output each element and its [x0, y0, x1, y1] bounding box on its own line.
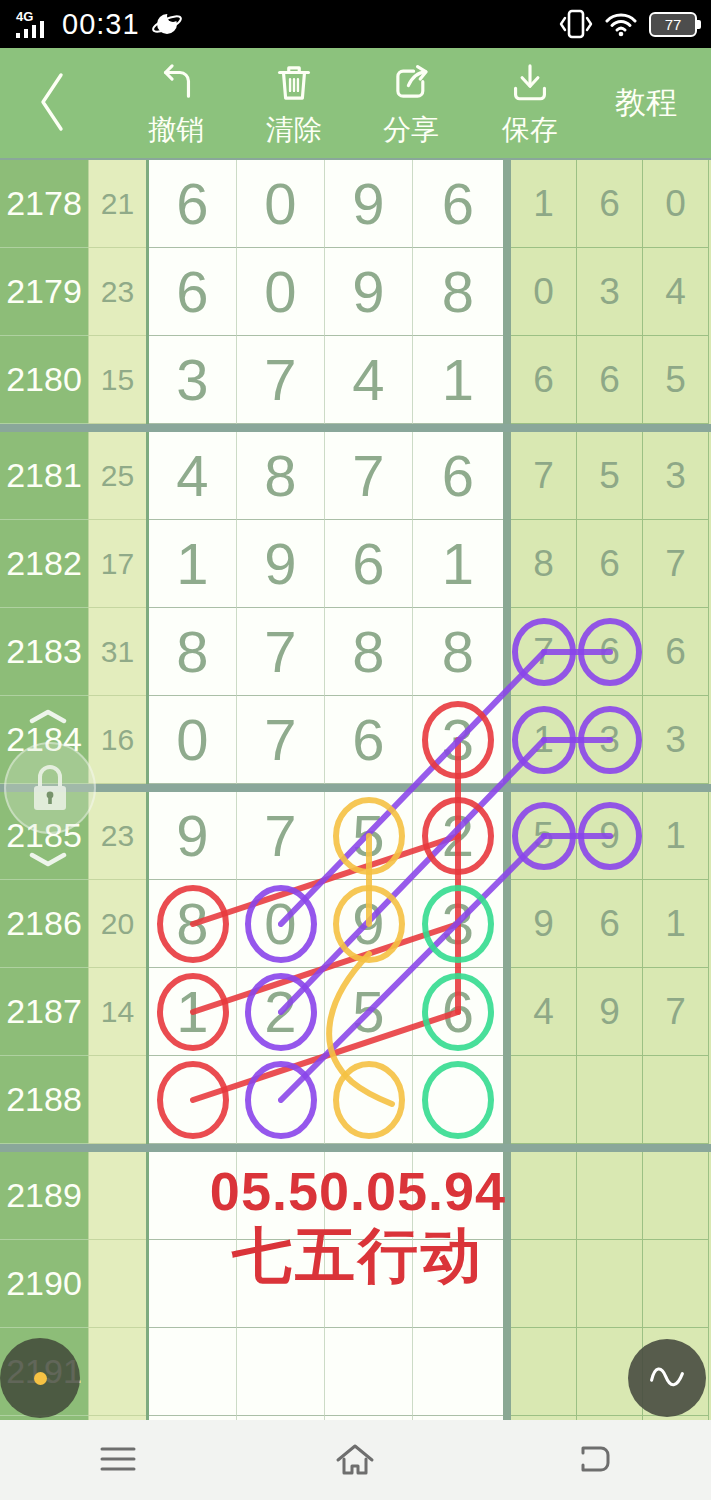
extra-digit-cell: 6 [577, 336, 643, 424]
sum-cell: 14 [88, 968, 146, 1056]
extra-digit-cell [511, 1328, 577, 1416]
section-border [503, 160, 511, 248]
extra-digit-cell: 9 [511, 880, 577, 968]
extra-digit-cell: 0 [511, 248, 577, 336]
section-border [503, 336, 511, 424]
digit-cell [413, 1152, 503, 1240]
home-icon [333, 1441, 377, 1477]
digit-cell: 3 [149, 336, 237, 424]
clock: 00:31 [62, 8, 140, 41]
digit-cell: 3 [413, 696, 503, 784]
section-border [503, 968, 511, 1056]
extra-digit-cell: 7 [511, 432, 577, 520]
period-label: 2189 [0, 1152, 88, 1240]
save-button[interactable]: 保存 [484, 62, 576, 149]
sum-cell [88, 1152, 146, 1240]
digit-cell: 0 [149, 696, 237, 784]
extra-digit-cell [643, 1056, 709, 1144]
extra-digit-cell [643, 1152, 709, 1240]
digit-cell: 9 [149, 792, 237, 880]
extra-digit-cell [577, 1056, 643, 1144]
home-button[interactable] [327, 1435, 383, 1486]
digit-cell: 6 [149, 248, 237, 336]
trend-chart: 2178216096160217923609803421801537416652… [0, 158, 711, 1420]
section-border [503, 792, 511, 880]
digit-cell: 8 [413, 608, 503, 696]
battery-percent: 77 [665, 16, 682, 33]
digit-cell: 0 [237, 248, 325, 336]
chevron-left-icon [37, 71, 67, 133]
digit-cell: 2 [237, 968, 325, 1056]
undo-label: 撤销 [148, 111, 204, 149]
period-label: 2181 [0, 432, 88, 520]
table-row: 2183318788766 [0, 608, 711, 696]
digit-cell: 6 [413, 968, 503, 1056]
tutorial-button[interactable]: 教程 [609, 48, 683, 158]
table-row: 2187141256497 [0, 968, 711, 1056]
share-button[interactable]: 分享 [365, 62, 457, 149]
table-row: 2184160763133 [0, 696, 711, 784]
digit-cell [149, 1152, 237, 1240]
phone-screen: 4G 00:31 [0, 0, 711, 1500]
extra-digit-cell [577, 1240, 643, 1328]
cell-signal-icon: 4G [14, 8, 52, 40]
digit-cell: 7 [237, 696, 325, 784]
digit-cell [237, 1240, 325, 1328]
table-row: 2181254876753 [0, 432, 711, 520]
period-label: 2180 [0, 336, 88, 424]
curve-tool-button[interactable] [628, 1339, 706, 1417]
digit-cell [237, 1328, 325, 1416]
trash-icon [273, 62, 315, 104]
extra-digit-cell: 0 [643, 160, 709, 248]
back-nav-button[interactable] [567, 1436, 619, 1485]
digit-cell: 0 [237, 880, 325, 968]
digit-cell: 8 [325, 608, 413, 696]
sum-cell: 16 [88, 696, 146, 784]
table-row: 2179236098034 [0, 248, 711, 336]
extra-digit-cell [511, 1240, 577, 1328]
lock-icon [27, 762, 73, 814]
extra-digit-cell: 4 [511, 968, 577, 1056]
section-border [503, 248, 511, 336]
extra-digit-cell: 3 [643, 432, 709, 520]
group-divider [0, 784, 711, 792]
digit-cell: 4 [149, 432, 237, 520]
clear-button[interactable]: 清除 [248, 62, 340, 149]
period-label: 2183 [0, 608, 88, 696]
period-label: 2190 [0, 1240, 88, 1328]
digit-cell: 9 [325, 160, 413, 248]
extra-digit-cell: 7 [643, 968, 709, 1056]
extra-digit-cell: 6 [577, 160, 643, 248]
section-border [503, 696, 511, 784]
sum-cell: 31 [88, 608, 146, 696]
digit-cell [325, 1240, 413, 1328]
digit-cell: 4 [325, 336, 413, 424]
table-row: 2186208093961 [0, 880, 711, 968]
extra-digit-cell: 1 [511, 696, 577, 784]
digit-cell: 1 [149, 968, 237, 1056]
extra-digit-cell: 9 [577, 968, 643, 1056]
extra-digit-cell [511, 1056, 577, 1144]
section-border [503, 520, 511, 608]
back-nav-icon [573, 1442, 613, 1476]
extra-digit-cell: 7 [511, 608, 577, 696]
table-row: 2185239752591 [0, 792, 711, 880]
digit-cell: 8 [413, 248, 503, 336]
section-border [503, 432, 511, 520]
pen-color-dot [34, 1372, 47, 1385]
table-row: 2180153741665 [0, 336, 711, 424]
table-row: 2178216096160 [0, 160, 711, 248]
extra-digit-cell: 6 [577, 880, 643, 968]
menu-icon [98, 1444, 138, 1474]
extra-digit-cell: 5 [643, 336, 709, 424]
table-row: 2190 [0, 1240, 711, 1328]
period-label: 2188 [0, 1056, 88, 1144]
table-row: 2191 [0, 1328, 711, 1416]
section-border [503, 1328, 511, 1416]
digit-cell [149, 1240, 237, 1328]
sum-cell: 15 [88, 336, 146, 424]
digit-cell [325, 1152, 413, 1240]
digit-cell [413, 1328, 503, 1416]
sum-cell: 23 [88, 248, 146, 336]
sum-cell: 25 [88, 432, 146, 520]
digit-cell: 5 [325, 968, 413, 1056]
sum-cell: 20 [88, 880, 146, 968]
digit-cell [413, 1056, 503, 1144]
digit-cell: 5 [325, 792, 413, 880]
download-icon [509, 62, 551, 104]
extra-digit-cell: 6 [577, 608, 643, 696]
digit-cell: 9 [237, 520, 325, 608]
extra-digit-cell: 3 [577, 696, 643, 784]
extra-digit-cell: 6 [577, 520, 643, 608]
extra-digit-cell: 6 [511, 336, 577, 424]
section-border [503, 608, 511, 696]
sum-cell: 21 [88, 160, 146, 248]
digit-cell [413, 1240, 503, 1328]
sum-cell: 23 [88, 792, 146, 880]
scroll-down-chevron[interactable] [28, 852, 68, 871]
extra-digit-cell: 9 [577, 792, 643, 880]
digit-cell: 1 [413, 520, 503, 608]
extra-digit-cell: 7 [643, 520, 709, 608]
digit-cell: 7 [325, 432, 413, 520]
toolbar: 撤销 清除 分享 保存 [0, 48, 711, 158]
digit-cell [325, 1056, 413, 1144]
undo-icon [155, 62, 197, 104]
sum-cell: 17 [88, 520, 146, 608]
extra-digit-cell: 6 [643, 608, 709, 696]
save-label: 保存 [502, 111, 558, 149]
extra-digit-cell [577, 1152, 643, 1240]
digit-cell [237, 1056, 325, 1144]
digit-cell: 7 [237, 792, 325, 880]
digit-cell [149, 1056, 237, 1144]
sine-wave-icon [645, 1356, 689, 1400]
extra-digit-cell: 3 [643, 696, 709, 784]
share-icon [390, 62, 432, 104]
digit-cell: 8 [237, 432, 325, 520]
status-bar: 4G 00:31 [0, 0, 711, 48]
pen-tool-button[interactable] [0, 1338, 80, 1418]
digit-cell: 1 [149, 520, 237, 608]
digit-cell: 3 [413, 880, 503, 968]
table-row: 2188 [0, 1056, 711, 1144]
digit-cell: 2 [413, 792, 503, 880]
digit-cell: 7 [237, 336, 325, 424]
extra-digit-cell: 3 [577, 248, 643, 336]
extra-digit-cell: 5 [511, 792, 577, 880]
sum-cell [88, 1328, 146, 1416]
digit-cell: 6 [325, 696, 413, 784]
battery-icon: 77 [649, 12, 697, 37]
extra-digit-cell: 1 [643, 880, 709, 968]
recent-apps-button[interactable] [92, 1438, 144, 1483]
section-border [503, 1152, 511, 1240]
extra-digit-cell [643, 1240, 709, 1328]
extra-digit-cell: 4 [643, 248, 709, 336]
period-label: 2182 [0, 520, 88, 608]
digit-cell: 9 [325, 880, 413, 968]
extra-digit-cell: 1 [511, 160, 577, 248]
digit-cell: 9 [325, 248, 413, 336]
extra-digit-cell: 5 [577, 432, 643, 520]
period-label: 2187 [0, 968, 88, 1056]
wifi-icon [605, 11, 637, 37]
undo-button[interactable]: 撤销 [130, 62, 222, 149]
section-border [503, 880, 511, 968]
digit-cell [237, 1152, 325, 1240]
lock-button[interactable] [4, 742, 96, 834]
android-nav-bar [0, 1420, 711, 1500]
digit-cell: 7 [237, 608, 325, 696]
scroll-up-chevron[interactable] [28, 708, 68, 727]
digit-cell: 6 [413, 160, 503, 248]
sum-cell [88, 1240, 146, 1328]
share-label: 分享 [383, 111, 439, 149]
section-border [503, 1240, 511, 1328]
digit-cell: 1 [413, 336, 503, 424]
period-label: 2186 [0, 880, 88, 968]
digit-cell: 6 [325, 520, 413, 608]
digit-cell [149, 1328, 237, 1416]
period-label: 2178 [0, 160, 88, 248]
number-grid: 2178216096160217923609803421801537416652… [0, 158, 711, 1420]
section-border [503, 1056, 511, 1144]
digit-cell: 8 [149, 608, 237, 696]
digit-cell: 8 [149, 880, 237, 968]
digit-cell: 6 [413, 432, 503, 520]
browser-planet-icon [150, 7, 184, 41]
extra-digit-cell [511, 1152, 577, 1240]
back-button[interactable] [30, 70, 74, 136]
table-row: 2189 [0, 1152, 711, 1240]
group-divider [0, 1144, 711, 1152]
period-label: 2179 [0, 248, 88, 336]
digit-cell [325, 1328, 413, 1416]
digit-cell: 6 [149, 160, 237, 248]
extra-digit-cell: 1 [643, 792, 709, 880]
digit-cell: 0 [237, 160, 325, 248]
vibrate-icon [559, 8, 593, 40]
table-row: 2182171961867 [0, 520, 711, 608]
extra-digit-cell: 8 [511, 520, 577, 608]
group-divider [0, 424, 711, 432]
sum-cell [88, 1056, 146, 1144]
clear-label: 清除 [266, 111, 322, 149]
